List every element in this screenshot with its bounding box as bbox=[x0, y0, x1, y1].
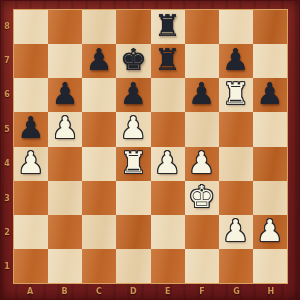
square-e1[interactable] bbox=[151, 249, 185, 283]
square-e4[interactable]: ♟ bbox=[151, 147, 185, 181]
square-c5[interactable] bbox=[82, 112, 116, 146]
square-b5[interactable]: ♟ bbox=[48, 112, 82, 146]
file-label-d: D bbox=[116, 284, 150, 299]
piece-black-king-d7[interactable]: ♚ bbox=[120, 45, 147, 75]
piece-black-pawn-d6[interactable]: ♟ bbox=[120, 79, 147, 109]
square-g3[interactable] bbox=[219, 181, 253, 215]
rank-label-8: 8 bbox=[1, 9, 13, 43]
chess-diagram: 87654321 ♜♟♚♜♟♟♟♟♜♟♟♟♟♟♜♟♟♚♟♟ ABCDEFGH bbox=[0, 0, 300, 300]
piece-black-pawn-h6[interactable]: ♟ bbox=[256, 79, 283, 109]
square-h7[interactable] bbox=[253, 44, 287, 78]
square-h8[interactable] bbox=[253, 10, 287, 44]
square-h1[interactable] bbox=[253, 249, 287, 283]
square-c1[interactable] bbox=[82, 249, 116, 283]
square-g7[interactable]: ♟ bbox=[219, 44, 253, 78]
square-f2[interactable] bbox=[185, 215, 219, 249]
square-h4[interactable] bbox=[253, 147, 287, 181]
square-d8[interactable] bbox=[116, 10, 150, 44]
file-label-h: H bbox=[254, 284, 288, 299]
square-f6[interactable]: ♟ bbox=[185, 78, 219, 112]
piece-white-pawn-d5[interactable]: ♟ bbox=[120, 113, 147, 143]
piece-white-rook-g6[interactable]: ♜ bbox=[222, 79, 249, 109]
square-b4[interactable] bbox=[48, 147, 82, 181]
square-a3[interactable] bbox=[14, 181, 48, 215]
square-f8[interactable] bbox=[185, 10, 219, 44]
file-label-c: C bbox=[82, 284, 116, 299]
square-e2[interactable] bbox=[151, 215, 185, 249]
square-a8[interactable] bbox=[14, 10, 48, 44]
rank-label-2: 2 bbox=[1, 215, 13, 249]
square-g6[interactable]: ♜ bbox=[219, 78, 253, 112]
file-labels: ABCDEFGH bbox=[13, 284, 288, 299]
square-d7[interactable]: ♚ bbox=[116, 44, 150, 78]
square-g2[interactable]: ♟ bbox=[219, 215, 253, 249]
file-label-b: B bbox=[47, 284, 81, 299]
piece-black-pawn-a5[interactable]: ♟ bbox=[18, 113, 45, 143]
square-d2[interactable] bbox=[116, 215, 150, 249]
square-h5[interactable] bbox=[253, 112, 287, 146]
square-g8[interactable] bbox=[219, 10, 253, 44]
square-e5[interactable] bbox=[151, 112, 185, 146]
square-e7[interactable]: ♜ bbox=[151, 44, 185, 78]
file-label-a: A bbox=[13, 284, 47, 299]
square-b8[interactable] bbox=[48, 10, 82, 44]
piece-black-pawn-c7[interactable]: ♟ bbox=[86, 45, 113, 75]
square-h6[interactable]: ♟ bbox=[253, 78, 287, 112]
square-h2[interactable]: ♟ bbox=[253, 215, 287, 249]
square-h3[interactable] bbox=[253, 181, 287, 215]
piece-white-pawn-b5[interactable]: ♟ bbox=[52, 113, 79, 143]
piece-white-pawn-e4[interactable]: ♟ bbox=[154, 148, 181, 178]
square-d5[interactable]: ♟ bbox=[116, 112, 150, 146]
rank-label-7: 7 bbox=[1, 43, 13, 77]
square-g4[interactable] bbox=[219, 147, 253, 181]
piece-black-pawn-g7[interactable]: ♟ bbox=[222, 45, 249, 75]
square-c8[interactable] bbox=[82, 10, 116, 44]
rank-label-6: 6 bbox=[1, 78, 13, 112]
square-c4[interactable] bbox=[82, 147, 116, 181]
square-c2[interactable] bbox=[82, 215, 116, 249]
piece-black-rook-e7[interactable]: ♜ bbox=[154, 45, 181, 75]
piece-white-pawn-f4[interactable]: ♟ bbox=[188, 148, 215, 178]
square-a5[interactable]: ♟ bbox=[14, 112, 48, 146]
piece-white-pawn-g2[interactable]: ♟ bbox=[222, 216, 249, 246]
rank-label-5: 5 bbox=[1, 112, 13, 146]
chess-board[interactable]: ♜♟♚♜♟♟♟♟♜♟♟♟♟♟♜♟♟♚♟♟ bbox=[13, 9, 288, 284]
square-g5[interactable] bbox=[219, 112, 253, 146]
square-f7[interactable] bbox=[185, 44, 219, 78]
piece-white-king-f3[interactable]: ♚ bbox=[188, 182, 215, 212]
piece-black-pawn-f6[interactable]: ♟ bbox=[188, 79, 215, 109]
square-b2[interactable] bbox=[48, 215, 82, 249]
piece-white-pawn-a4[interactable]: ♟ bbox=[18, 148, 45, 178]
square-c6[interactable] bbox=[82, 78, 116, 112]
square-f1[interactable] bbox=[185, 249, 219, 283]
square-b6[interactable]: ♟ bbox=[48, 78, 82, 112]
square-b7[interactable] bbox=[48, 44, 82, 78]
square-d6[interactable]: ♟ bbox=[116, 78, 150, 112]
piece-black-pawn-b6[interactable]: ♟ bbox=[52, 79, 79, 109]
square-a4[interactable]: ♟ bbox=[14, 147, 48, 181]
piece-white-rook-d4[interactable]: ♜ bbox=[120, 148, 147, 178]
square-a2[interactable] bbox=[14, 215, 48, 249]
square-e8[interactable]: ♜ bbox=[151, 10, 185, 44]
square-e3[interactable] bbox=[151, 181, 185, 215]
square-b3[interactable] bbox=[48, 181, 82, 215]
square-e6[interactable] bbox=[151, 78, 185, 112]
file-label-e: E bbox=[151, 284, 185, 299]
square-f4[interactable]: ♟ bbox=[185, 147, 219, 181]
rank-label-4: 4 bbox=[1, 147, 13, 181]
file-label-f: F bbox=[185, 284, 219, 299]
square-d1[interactable] bbox=[116, 249, 150, 283]
square-f5[interactable] bbox=[185, 112, 219, 146]
square-a7[interactable] bbox=[14, 44, 48, 78]
file-label-g: G bbox=[219, 284, 253, 299]
square-b1[interactable] bbox=[48, 249, 82, 283]
square-a1[interactable] bbox=[14, 249, 48, 283]
square-f3[interactable]: ♚ bbox=[185, 181, 219, 215]
square-c3[interactable] bbox=[82, 181, 116, 215]
square-a6[interactable] bbox=[14, 78, 48, 112]
piece-black-rook-e8[interactable]: ♜ bbox=[154, 11, 181, 41]
square-g1[interactable] bbox=[219, 249, 253, 283]
rank-label-3: 3 bbox=[1, 181, 13, 215]
piece-white-pawn-h2[interactable]: ♟ bbox=[256, 216, 283, 246]
rank-labels: 87654321 bbox=[1, 9, 13, 284]
square-d3[interactable] bbox=[116, 181, 150, 215]
square-d4[interactable]: ♜ bbox=[116, 147, 150, 181]
rank-label-1: 1 bbox=[1, 250, 13, 284]
square-c7[interactable]: ♟ bbox=[82, 44, 116, 78]
